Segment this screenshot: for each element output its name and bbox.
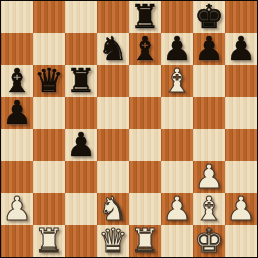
square-d8[interactable] <box>97 1 129 33</box>
piece-black-bishop[interactable]: ♝ <box>130 33 160 65</box>
square-a7[interactable] <box>1 33 33 65</box>
piece-white-bishop[interactable]: ♝ <box>194 193 224 225</box>
square-f3[interactable] <box>161 161 193 193</box>
piece-black-rook[interactable]: ♜ <box>130 1 160 33</box>
square-c6[interactable]: ♜ <box>65 65 97 97</box>
square-a1[interactable] <box>1 225 33 257</box>
square-c1[interactable] <box>65 225 97 257</box>
piece-black-pawn[interactable]: ♟ <box>162 33 192 65</box>
square-f2[interactable]: ♟ <box>161 193 193 225</box>
square-b3[interactable] <box>33 161 65 193</box>
square-b7[interactable] <box>33 33 65 65</box>
square-d2[interactable]: ♞ <box>97 193 129 225</box>
square-d6[interactable] <box>97 65 129 97</box>
square-a5[interactable]: ♟ <box>1 97 33 129</box>
square-h1[interactable] <box>225 225 257 257</box>
square-e2[interactable] <box>129 193 161 225</box>
square-f1[interactable] <box>161 225 193 257</box>
square-g3[interactable]: ♟ <box>193 161 225 193</box>
square-f6[interactable]: ♝ <box>161 65 193 97</box>
square-e8[interactable]: ♜ <box>129 1 161 33</box>
square-e7[interactable]: ♝ <box>129 33 161 65</box>
square-e4[interactable] <box>129 129 161 161</box>
piece-black-knight[interactable]: ♞ <box>98 33 128 65</box>
square-g4[interactable] <box>193 129 225 161</box>
square-e1[interactable]: ♜ <box>129 225 161 257</box>
chess-board: ♜♚♞♝♟♟♟♝♛♜♝♟♟♟♟♞♟♝♟♜♛♜♚ <box>0 0 258 258</box>
square-d7[interactable]: ♞ <box>97 33 129 65</box>
square-h8[interactable] <box>225 1 257 33</box>
square-d1[interactable]: ♛ <box>97 225 129 257</box>
square-b1[interactable]: ♜ <box>33 225 65 257</box>
square-g8[interactable]: ♚ <box>193 1 225 33</box>
square-h2[interactable]: ♟ <box>225 193 257 225</box>
square-g7[interactable]: ♟ <box>193 33 225 65</box>
square-e6[interactable] <box>129 65 161 97</box>
square-g6[interactable] <box>193 65 225 97</box>
square-d5[interactable] <box>97 97 129 129</box>
square-c2[interactable] <box>65 193 97 225</box>
square-b8[interactable] <box>33 1 65 33</box>
piece-black-pawn[interactable]: ♟ <box>2 97 32 129</box>
piece-white-rook[interactable]: ♜ <box>34 225 64 257</box>
square-b5[interactable] <box>33 97 65 129</box>
piece-black-pawn[interactable]: ♟ <box>226 33 256 65</box>
square-b2[interactable] <box>33 193 65 225</box>
square-h3[interactable] <box>225 161 257 193</box>
square-b6[interactable]: ♛ <box>33 65 65 97</box>
square-h5[interactable] <box>225 97 257 129</box>
piece-white-queen[interactable]: ♛ <box>98 225 128 257</box>
square-f7[interactable]: ♟ <box>161 33 193 65</box>
square-c5[interactable] <box>65 97 97 129</box>
square-a6[interactable]: ♝ <box>1 65 33 97</box>
piece-white-rook[interactable]: ♜ <box>130 225 160 257</box>
square-c7[interactable] <box>65 33 97 65</box>
square-h6[interactable] <box>225 65 257 97</box>
piece-white-king[interactable]: ♚ <box>194 225 224 257</box>
square-a2[interactable]: ♟ <box>1 193 33 225</box>
square-h4[interactable] <box>225 129 257 161</box>
piece-black-king[interactable]: ♚ <box>194 1 224 33</box>
piece-black-pawn[interactable]: ♟ <box>66 129 96 161</box>
piece-black-pawn[interactable]: ♟ <box>194 33 224 65</box>
piece-white-pawn[interactable]: ♟ <box>226 193 256 225</box>
piece-white-pawn[interactable]: ♟ <box>2 193 32 225</box>
square-e5[interactable] <box>129 97 161 129</box>
square-d3[interactable] <box>97 161 129 193</box>
square-g2[interactable]: ♝ <box>193 193 225 225</box>
square-e3[interactable] <box>129 161 161 193</box>
square-c4[interactable]: ♟ <box>65 129 97 161</box>
square-c8[interactable] <box>65 1 97 33</box>
square-c3[interactable] <box>65 161 97 193</box>
square-a4[interactable] <box>1 129 33 161</box>
square-f8[interactable] <box>161 1 193 33</box>
piece-white-bishop[interactable]: ♝ <box>162 65 192 97</box>
square-a8[interactable] <box>1 1 33 33</box>
piece-black-bishop[interactable]: ♝ <box>2 65 32 97</box>
piece-black-rook[interactable]: ♜ <box>66 65 96 97</box>
square-f4[interactable] <box>161 129 193 161</box>
square-g1[interactable]: ♚ <box>193 225 225 257</box>
square-d4[interactable] <box>97 129 129 161</box>
square-g5[interactable] <box>193 97 225 129</box>
square-b4[interactable] <box>33 129 65 161</box>
piece-black-queen[interactable]: ♛ <box>34 65 64 97</box>
piece-white-knight[interactable]: ♞ <box>98 193 128 225</box>
piece-white-pawn[interactable]: ♟ <box>194 161 224 193</box>
square-f5[interactable] <box>161 97 193 129</box>
piece-white-pawn[interactable]: ♟ <box>162 193 192 225</box>
square-a3[interactable] <box>1 161 33 193</box>
square-h7[interactable]: ♟ <box>225 33 257 65</box>
